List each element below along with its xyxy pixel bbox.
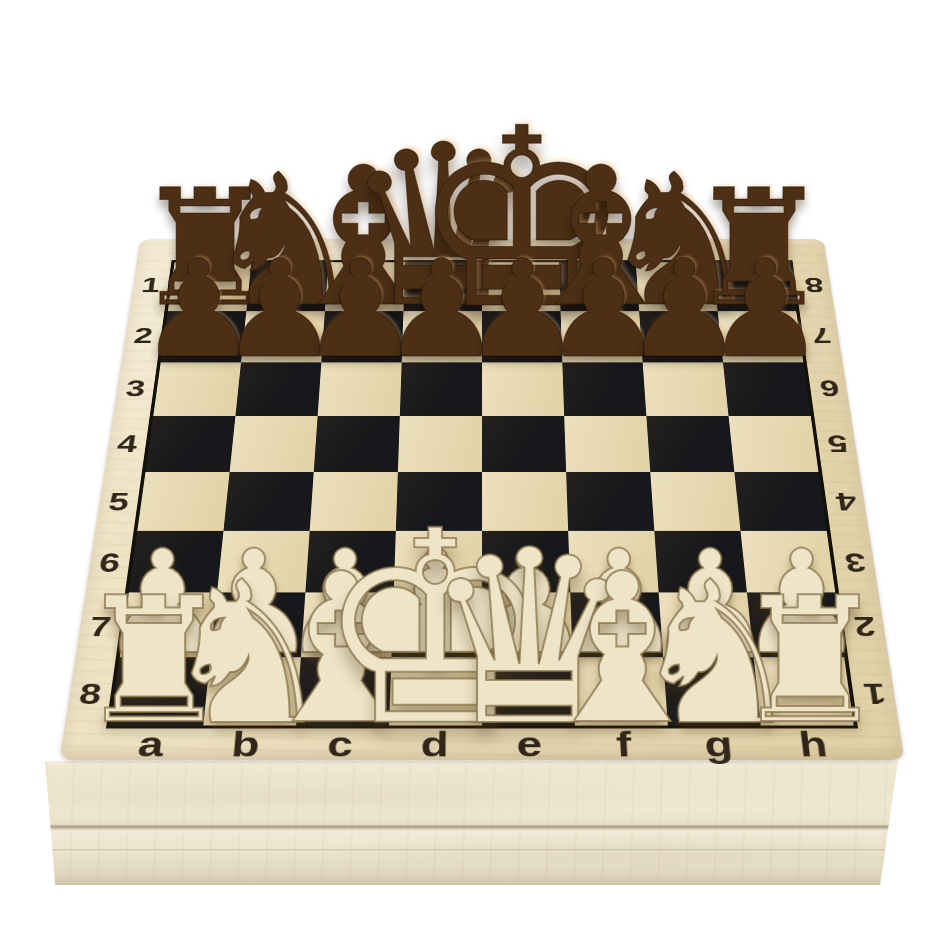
chess-set-photo: 1234567887654321abcdefgh ♜♞♝♚♛♝♞♜♟♟♟♟♟♟♟…	[0, 0, 950, 950]
piece-black-pawn-h2[interactable]: ♟	[705, 241, 826, 376]
pieces-layer: ♜♞♝♚♛♝♞♜♟♟♟♟♟♟♟♟♟♟♟♟♟♟♟♟♜♞♝♛♚♝♞♜	[0, 0, 950, 950]
piece-white-rook-h8[interactable]: ♜	[732, 573, 888, 747]
